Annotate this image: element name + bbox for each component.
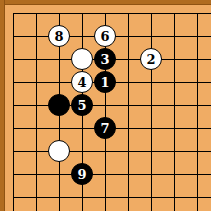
- grid-line-vertical: [151, 13, 152, 211]
- grid-line-vertical: [174, 13, 175, 211]
- stone-white-8: 8: [48, 25, 70, 47]
- grid-line-horizontal: [13, 174, 211, 175]
- grid-line-vertical: [197, 13, 198, 211]
- grid-line-horizontal: [13, 13, 211, 14]
- stone-number: 2: [146, 52, 155, 65]
- board-frame-left-edge: [0, 0, 5, 211]
- stone-number: 7: [100, 121, 109, 134]
- grid-line-horizontal: [13, 197, 211, 198]
- stone-white-6: 6: [94, 25, 116, 47]
- stone-number: 4: [77, 75, 86, 88]
- board-frame-top-edge: [0, 0, 211, 5]
- grid-line-horizontal: [13, 105, 211, 106]
- stone-white-plain-c3r7: [48, 140, 70, 162]
- stone-black-1: 1: [94, 71, 116, 93]
- grid-line-vertical: [128, 13, 129, 211]
- go-board: 123456789: [0, 0, 211, 211]
- stone-number: 3: [100, 52, 109, 65]
- stone-white-plain-c4r3: [71, 48, 93, 70]
- grid-line-vertical: [13, 13, 14, 211]
- stone-number: 1: [100, 75, 109, 88]
- stone-black-3: 3: [94, 48, 116, 70]
- stone-black-9: 9: [71, 163, 93, 185]
- stone-white-4: 4: [71, 71, 93, 93]
- stone-number: 5: [77, 98, 86, 111]
- stone-black-plain-c3r5: [48, 94, 70, 116]
- stone-number: 6: [100, 29, 109, 42]
- stone-number: 8: [54, 29, 63, 42]
- stone-number: 9: [77, 167, 86, 180]
- stone-white-2: 2: [140, 48, 162, 70]
- stone-black-7: 7: [94, 117, 116, 139]
- stone-black-5: 5: [71, 94, 93, 116]
- grid-line-vertical: [36, 13, 37, 211]
- grid-line-horizontal: [13, 151, 211, 152]
